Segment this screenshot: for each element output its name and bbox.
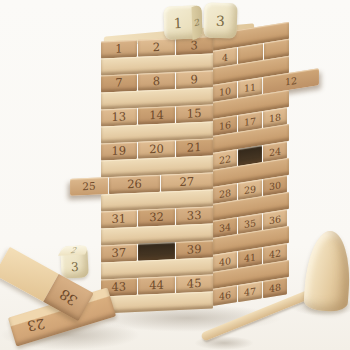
block-1: 1	[101, 40, 138, 59]
block-9: 9	[176, 71, 213, 90]
block-46: 46	[213, 285, 237, 306]
tower-rows: 1234789101112131415161718192021222425262…	[100, 39, 290, 311]
block-number: 23	[26, 315, 46, 334]
block-32: 32	[138, 208, 175, 227]
block-20: 20	[138, 140, 175, 159]
block-2: 2	[138, 38, 175, 57]
die-face: 3	[203, 2, 237, 38]
die-top-face: 2	[58, 245, 90, 256]
block-7: 7	[101, 74, 138, 93]
product-photo: 1234789101112131415161718192021222425262…	[0, 0, 350, 350]
block-39: 39	[176, 241, 213, 260]
block-31: 31	[101, 210, 138, 229]
block-25: 25	[70, 177, 108, 196]
block-plain	[101, 292, 213, 314]
die-face: 3	[61, 254, 89, 278]
block-14: 14	[138, 106, 175, 125]
block-47: 47	[238, 281, 262, 302]
block-37: 37	[101, 244, 138, 263]
block-number: 38	[57, 286, 81, 309]
block-44: 44	[138, 276, 175, 295]
block-33: 33	[176, 207, 213, 226]
mallet-head	[303, 230, 350, 313]
tower-front-face	[100, 292, 213, 314]
block-13: 13	[101, 108, 138, 127]
die-face: 1	[163, 6, 192, 40]
block-21: 21	[176, 139, 213, 158]
block-45: 45	[176, 275, 213, 294]
die-side-face: 2	[191, 4, 202, 40]
floor-die: 2 3	[60, 245, 89, 278]
block-15: 15	[176, 105, 213, 124]
empty-slot	[138, 242, 175, 261]
top-die-2: 3	[203, 2, 237, 38]
tower: 1234789101112131415161718192021222425262…	[100, 30, 290, 311]
block-8: 8	[138, 72, 175, 91]
block-48: 48	[263, 277, 287, 298]
block-19: 19	[101, 142, 138, 161]
top-die-1: 1 2	[163, 5, 202, 39]
